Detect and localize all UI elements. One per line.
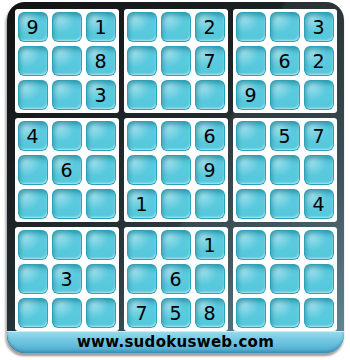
sudoku-cell-r7c6[interactable]: 1	[195, 230, 225, 260]
sudoku-cell-r2c8[interactable]: 6	[270, 46, 300, 76]
sudoku-cell-r6c9[interactable]: 4	[304, 189, 334, 219]
sudoku-cell-r3c8[interactable]	[270, 80, 300, 110]
sudoku-cell-r2c5[interactable]	[161, 46, 191, 76]
sudoku-cell-r8c5[interactable]: 6	[161, 264, 191, 294]
sudoku-cell-r4c9[interactable]: 7	[304, 121, 334, 151]
sudoku-cell-r5c4[interactable]	[127, 155, 157, 185]
sudoku-cell-r5c9[interactable]	[304, 155, 334, 185]
sudoku-box-r1c2: 27	[124, 9, 228, 113]
sudoku-cell-r8c6[interactable]	[195, 264, 225, 294]
sudoku-cell-r8c2[interactable]: 3	[52, 264, 82, 294]
sudoku-board: 918327362946691574316758	[7, 2, 344, 331]
sudoku-cell-r6c1[interactable]	[18, 189, 48, 219]
sudoku-cell-r1c4[interactable]	[127, 12, 157, 42]
sudoku-box-r1c1: 9183	[15, 9, 119, 113]
sudoku-cell-r7c2[interactable]	[52, 230, 82, 260]
sudoku-cell-r7c9[interactable]	[304, 230, 334, 260]
sudoku-cell-r6c7[interactable]	[236, 189, 266, 219]
sudoku-cell-r3c9[interactable]	[304, 80, 334, 110]
sudoku-box-r3c3	[233, 227, 337, 331]
sudoku-cell-r1c8[interactable]	[270, 12, 300, 42]
sudoku-cell-r9c9[interactable]	[304, 298, 334, 328]
sudoku-cell-r6c6[interactable]	[195, 189, 225, 219]
footer-band: www.sudokusweb.com	[7, 331, 344, 353]
sudoku-cell-r7c1[interactable]	[18, 230, 48, 260]
sudoku-cell-r9c7[interactable]	[236, 298, 266, 328]
sudoku-card: 918327362946691574316758 www.sudokusweb.…	[7, 2, 344, 353]
sudoku-cell-r4c4[interactable]	[127, 121, 157, 151]
sudoku-cell-r6c5[interactable]	[161, 189, 191, 219]
sudoku-cell-r1c7[interactable]	[236, 12, 266, 42]
sudoku-cell-r1c3[interactable]: 1	[86, 12, 116, 42]
sudoku-box-r3c1: 3	[15, 227, 119, 331]
sudoku-cell-r3c2[interactable]	[52, 80, 82, 110]
sudoku-cell-r7c8[interactable]	[270, 230, 300, 260]
sudoku-cell-r2c4[interactable]	[127, 46, 157, 76]
sudoku-cell-r5c2[interactable]: 6	[52, 155, 82, 185]
sudoku-cell-r4c2[interactable]	[52, 121, 82, 151]
sudoku-cell-r8c7[interactable]	[236, 264, 266, 294]
footer-url[interactable]: www.sudokusweb.com	[77, 333, 274, 351]
sudoku-cell-r3c3[interactable]: 3	[86, 80, 116, 110]
sudoku-cell-r2c7[interactable]	[236, 46, 266, 76]
sudoku-cell-r4c7[interactable]	[236, 121, 266, 151]
sudoku-cell-r1c9[interactable]: 3	[304, 12, 334, 42]
sudoku-box-r2c2: 691	[124, 118, 228, 222]
sudoku-cell-r8c9[interactable]	[304, 264, 334, 294]
sudoku-cell-r7c7[interactable]	[236, 230, 266, 260]
sudoku-box-r3c2: 16758	[124, 227, 228, 331]
sudoku-cell-r9c2[interactable]	[52, 298, 82, 328]
sudoku-cell-r4c3[interactable]	[86, 121, 116, 151]
sudoku-cell-r3c5[interactable]	[161, 80, 191, 110]
sudoku-box-r2c3: 574	[233, 118, 337, 222]
sudoku-cell-r7c4[interactable]	[127, 230, 157, 260]
sudoku-box-r2c1: 46	[15, 118, 119, 222]
sudoku-cell-r9c6[interactable]: 8	[195, 298, 225, 328]
sudoku-cell-r5c1[interactable]	[18, 155, 48, 185]
sudoku-cell-r5c3[interactable]	[86, 155, 116, 185]
sudoku-cell-r2c2[interactable]	[52, 46, 82, 76]
sudoku-cell-r4c5[interactable]	[161, 121, 191, 151]
sudoku-cell-r7c3[interactable]	[86, 230, 116, 260]
sudoku-cell-r4c1[interactable]: 4	[18, 121, 48, 151]
sudoku-cell-r3c7[interactable]: 9	[236, 80, 266, 110]
sudoku-cell-r6c2[interactable]	[52, 189, 82, 219]
sudoku-cell-r4c6[interactable]: 6	[195, 121, 225, 151]
sudoku-cell-r2c1[interactable]	[18, 46, 48, 76]
sudoku-cell-r1c5[interactable]	[161, 12, 191, 42]
sudoku-cell-r5c8[interactable]	[270, 155, 300, 185]
sudoku-cell-r4c8[interactable]: 5	[270, 121, 300, 151]
sudoku-cell-r9c1[interactable]	[18, 298, 48, 328]
sudoku-cell-r5c6[interactable]: 9	[195, 155, 225, 185]
sudoku-cell-r5c5[interactable]	[161, 155, 191, 185]
sudoku-cell-r8c1[interactable]	[18, 264, 48, 294]
sudoku-cell-r8c4[interactable]	[127, 264, 157, 294]
sudoku-cell-r9c4[interactable]: 7	[127, 298, 157, 328]
sudoku-cell-r3c4[interactable]	[127, 80, 157, 110]
sudoku-cell-r6c8[interactable]	[270, 189, 300, 219]
sudoku-cell-r1c2[interactable]	[52, 12, 82, 42]
sudoku-cell-r2c3[interactable]: 8	[86, 46, 116, 76]
sudoku-cell-r7c5[interactable]	[161, 230, 191, 260]
sudoku-cell-r6c3[interactable]	[86, 189, 116, 219]
sudoku-cell-r2c9[interactable]: 2	[304, 46, 334, 76]
sudoku-cell-r1c6[interactable]: 2	[195, 12, 225, 42]
sudoku-cell-r9c3[interactable]	[86, 298, 116, 328]
sudoku-cell-r3c1[interactable]	[18, 80, 48, 110]
sudoku-cell-r1c1[interactable]: 9	[18, 12, 48, 42]
sudoku-cell-r8c3[interactable]	[86, 264, 116, 294]
sudoku-cell-r5c7[interactable]	[236, 155, 266, 185]
sudoku-cell-r6c4[interactable]: 1	[127, 189, 157, 219]
sudoku-cell-r9c8[interactable]	[270, 298, 300, 328]
sudoku-page: 918327362946691574316758 www.sudokusweb.…	[0, 0, 350, 360]
sudoku-cell-r2c6[interactable]: 7	[195, 46, 225, 76]
sudoku-box-r1c3: 3629	[233, 9, 337, 113]
sudoku-cell-r3c6[interactable]	[195, 80, 225, 110]
sudoku-cell-r9c5[interactable]: 5	[161, 298, 191, 328]
sudoku-cell-r8c8[interactable]	[270, 264, 300, 294]
